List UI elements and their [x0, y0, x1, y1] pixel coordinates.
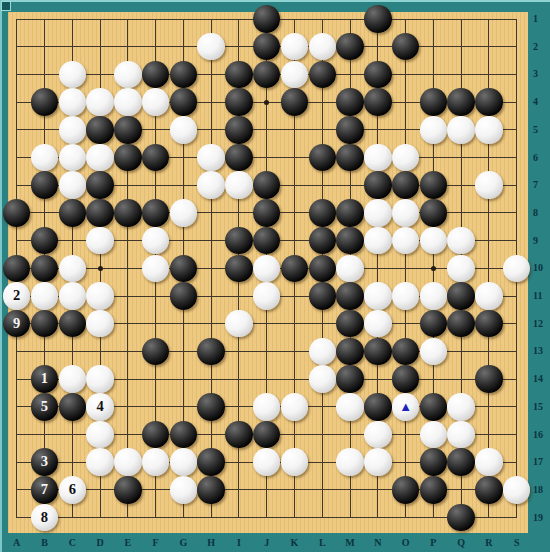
- col-label-D: D: [89, 537, 111, 548]
- stone-I10[interactable]: [225, 255, 253, 283]
- stone-O13[interactable]: [392, 338, 420, 366]
- stone-J1[interactable]: [253, 5, 281, 33]
- stone-O11[interactable]: [392, 282, 420, 310]
- row-label-19: 19: [533, 512, 550, 523]
- stone-I5[interactable]: [225, 116, 253, 144]
- stone-J2[interactable]: [253, 33, 281, 61]
- stone-N17[interactable]: [364, 448, 392, 476]
- stone-N8[interactable]: [364, 199, 392, 227]
- stone-J9[interactable]: [253, 227, 281, 255]
- stone-L13[interactable]: [309, 338, 337, 366]
- stone-J11[interactable]: [253, 282, 281, 310]
- stone-N12[interactable]: [364, 310, 392, 338]
- row-label-3: 3: [533, 68, 550, 79]
- stone-M5[interactable]: [336, 116, 364, 144]
- row-label-11: 11: [533, 290, 550, 301]
- stone-D15[interactable]: 4: [86, 393, 114, 421]
- stone-J10[interactable]: [253, 255, 281, 283]
- stone-M12[interactable]: [336, 310, 364, 338]
- stone-C18[interactable]: 6: [59, 476, 87, 504]
- stone-S10[interactable]: [503, 255, 531, 283]
- stone-I9[interactable]: [225, 227, 253, 255]
- stone-G17[interactable]: [170, 448, 198, 476]
- stone-N1[interactable]: [364, 5, 392, 33]
- stone-N6[interactable]: [364, 144, 392, 172]
- stone-O2[interactable]: [392, 33, 420, 61]
- row-label-1: 1: [533, 13, 550, 24]
- stone-F13[interactable]: [142, 338, 170, 366]
- stone-G16[interactable]: [170, 421, 198, 449]
- stone-F6[interactable]: [142, 144, 170, 172]
- col-label-Q: Q: [450, 537, 472, 548]
- stone-Q10[interactable]: [447, 255, 475, 283]
- go-app-window: 29154▲3768 ABCDEFGHIJKLMNOPQRS1234567891…: [0, 0, 550, 552]
- stone-N9[interactable]: [364, 227, 392, 255]
- stone-P17[interactable]: [420, 448, 448, 476]
- stone-D11[interactable]: [86, 282, 114, 310]
- col-label-H: H: [200, 537, 222, 548]
- stone-B12[interactable]: [31, 310, 59, 338]
- stone-G5[interactable]: [170, 116, 198, 144]
- col-label-K: K: [284, 537, 306, 548]
- stone-K3[interactable]: [281, 61, 309, 89]
- row-label-6: 6: [533, 152, 550, 163]
- stone-R14[interactable]: [475, 365, 503, 393]
- stone-D4[interactable]: [86, 88, 114, 116]
- stone-Q5[interactable]: [447, 116, 475, 144]
- col-label-B: B: [33, 537, 55, 548]
- row-label-8: 8: [533, 207, 550, 218]
- stone-G18[interactable]: [170, 476, 198, 504]
- stone-E4[interactable]: [114, 88, 142, 116]
- stone-H17[interactable]: [197, 448, 225, 476]
- stone-N16[interactable]: [364, 421, 392, 449]
- col-label-A: A: [6, 537, 28, 548]
- move-number: 5: [41, 393, 48, 421]
- stone-I7[interactable]: [225, 171, 253, 199]
- row-label-15: 15: [533, 401, 550, 412]
- stone-K10[interactable]: [281, 255, 309, 283]
- stone-O8[interactable]: [392, 199, 420, 227]
- stone-B17[interactable]: 3: [31, 448, 59, 476]
- row-label-16: 16: [533, 429, 550, 440]
- stone-B7[interactable]: [31, 171, 59, 199]
- stone-M6[interactable]: [336, 144, 364, 172]
- stone-D16[interactable]: [86, 421, 114, 449]
- stone-D17[interactable]: [86, 448, 114, 476]
- stone-Q11[interactable]: [447, 282, 475, 310]
- stone-R11[interactable]: [475, 282, 503, 310]
- row-label-9: 9: [533, 235, 550, 246]
- move-number: 6: [69, 476, 76, 504]
- stone-Q16[interactable]: [447, 421, 475, 449]
- stone-N4[interactable]: [364, 88, 392, 116]
- row-label-10: 10: [533, 262, 550, 273]
- stone-H2[interactable]: [197, 33, 225, 61]
- stone-J7[interactable]: [253, 171, 281, 199]
- stone-P18[interactable]: [420, 476, 448, 504]
- stone-E5[interactable]: [114, 116, 142, 144]
- col-label-P: P: [422, 537, 444, 548]
- stone-L10[interactable]: [309, 255, 337, 283]
- stone-H6[interactable]: [197, 144, 225, 172]
- stone-C11[interactable]: [59, 282, 87, 310]
- stone-O14[interactable]: [392, 365, 420, 393]
- stone-R17[interactable]: [475, 448, 503, 476]
- stone-M15[interactable]: [336, 393, 364, 421]
- stone-Q15[interactable]: [447, 393, 475, 421]
- stone-B15[interactable]: 5: [31, 393, 59, 421]
- stone-B19[interactable]: 8: [31, 504, 59, 532]
- stone-S18[interactable]: [503, 476, 531, 504]
- stone-M13[interactable]: [336, 338, 364, 366]
- stone-R4[interactable]: [475, 88, 503, 116]
- stone-B4[interactable]: [31, 88, 59, 116]
- stone-A8[interactable]: [3, 199, 31, 227]
- stone-G8[interactable]: [170, 199, 198, 227]
- col-label-S: S: [506, 537, 528, 548]
- stone-R7[interactable]: [475, 171, 503, 199]
- col-label-O: O: [395, 537, 417, 548]
- stone-P4[interactable]: [420, 88, 448, 116]
- frame-highlight-top: [0, 0, 550, 2]
- stone-A12[interactable]: 9: [3, 310, 31, 338]
- row-label-12: 12: [533, 318, 550, 329]
- hoshi-point: [431, 266, 436, 271]
- stone-A10[interactable]: [3, 255, 31, 283]
- stone-N13[interactable]: [364, 338, 392, 366]
- move-number: 9: [13, 310, 20, 338]
- stone-L3[interactable]: [309, 61, 337, 89]
- row-label-7: 7: [533, 179, 550, 190]
- stone-L9[interactable]: [309, 227, 337, 255]
- stone-G4[interactable]: [170, 88, 198, 116]
- stone-I6[interactable]: [225, 144, 253, 172]
- stone-M14[interactable]: [336, 365, 364, 393]
- stone-P13[interactable]: [420, 338, 448, 366]
- stone-B10[interactable]: [31, 255, 59, 283]
- stone-L8[interactable]: [309, 199, 337, 227]
- stone-N7[interactable]: [364, 171, 392, 199]
- stone-B6[interactable]: [31, 144, 59, 172]
- stone-I12[interactable]: [225, 310, 253, 338]
- stone-O9[interactable]: [392, 227, 420, 255]
- stone-P5[interactable]: [420, 116, 448, 144]
- stone-O18[interactable]: [392, 476, 420, 504]
- move-number: 1: [41, 365, 48, 393]
- stone-F16[interactable]: [142, 421, 170, 449]
- stone-J8[interactable]: [253, 199, 281, 227]
- stone-O15[interactable]: ▲: [392, 393, 420, 421]
- stone-C6[interactable]: [59, 144, 87, 172]
- col-label-I: I: [228, 537, 250, 548]
- col-label-C: C: [61, 537, 83, 548]
- stone-R5[interactable]: [475, 116, 503, 144]
- goban[interactable]: 29154▲3768: [8, 12, 528, 533]
- stone-K4[interactable]: [281, 88, 309, 116]
- col-label-L: L: [311, 537, 333, 548]
- stone-N3[interactable]: [364, 61, 392, 89]
- row-label-13: 13: [533, 345, 550, 356]
- stone-J17[interactable]: [253, 448, 281, 476]
- stone-M11[interactable]: [336, 282, 364, 310]
- row-label-17: 17: [533, 456, 550, 467]
- stone-O7[interactable]: [392, 171, 420, 199]
- stone-E8[interactable]: [114, 199, 142, 227]
- stone-C7[interactable]: [59, 171, 87, 199]
- stone-C10[interactable]: [59, 255, 87, 283]
- stone-B11[interactable]: [31, 282, 59, 310]
- move-number: 4: [96, 393, 103, 421]
- stone-D12[interactable]: [86, 310, 114, 338]
- stone-H13[interactable]: [197, 338, 225, 366]
- col-label-N: N: [367, 537, 389, 548]
- stone-D8[interactable]: [86, 199, 114, 227]
- stone-A11[interactable]: 2: [3, 282, 31, 310]
- stone-H7[interactable]: [197, 171, 225, 199]
- stone-L11[interactable]: [309, 282, 337, 310]
- stone-C12[interactable]: [59, 310, 87, 338]
- triangle-marker: ▲: [399, 393, 412, 421]
- stone-Q4[interactable]: [447, 88, 475, 116]
- stone-D7[interactable]: [86, 171, 114, 199]
- stone-F10[interactable]: [142, 255, 170, 283]
- stone-C4[interactable]: [59, 88, 87, 116]
- stone-B9[interactable]: [31, 227, 59, 255]
- stone-O6[interactable]: [392, 144, 420, 172]
- stone-M2[interactable]: [336, 33, 364, 61]
- stone-G3[interactable]: [170, 61, 198, 89]
- stone-F8[interactable]: [142, 199, 170, 227]
- stone-C5[interactable]: [59, 116, 87, 144]
- stone-K2[interactable]: [281, 33, 309, 61]
- move-number: 2: [13, 282, 20, 310]
- stone-M17[interactable]: [336, 448, 364, 476]
- stone-E6[interactable]: [114, 144, 142, 172]
- stone-Q12[interactable]: [447, 310, 475, 338]
- row-label-5: 5: [533, 124, 550, 135]
- stone-P8[interactable]: [420, 199, 448, 227]
- stone-J16[interactable]: [253, 421, 281, 449]
- stone-P16[interactable]: [420, 421, 448, 449]
- stone-R18[interactable]: [475, 476, 503, 504]
- col-label-J: J: [256, 537, 278, 548]
- stone-F17[interactable]: [142, 448, 170, 476]
- stone-P12[interactable]: [420, 310, 448, 338]
- stone-C3[interactable]: [59, 61, 87, 89]
- stone-L6[interactable]: [309, 144, 337, 172]
- stone-Q17[interactable]: [447, 448, 475, 476]
- stone-C8[interactable]: [59, 199, 87, 227]
- stone-Q19[interactable]: [447, 504, 475, 532]
- hoshi-point: [98, 266, 103, 271]
- stone-J3[interactable]: [253, 61, 281, 89]
- col-label-G: G: [172, 537, 194, 548]
- grid-line-horizontal: [17, 517, 517, 518]
- stone-M9[interactable]: [336, 227, 364, 255]
- stone-H18[interactable]: [197, 476, 225, 504]
- stone-K15[interactable]: [281, 393, 309, 421]
- stone-N15[interactable]: [364, 393, 392, 421]
- stone-M4[interactable]: [336, 88, 364, 116]
- stone-F3[interactable]: [142, 61, 170, 89]
- col-label-F: F: [145, 537, 167, 548]
- stone-N11[interactable]: [364, 282, 392, 310]
- stone-D14[interactable]: [86, 365, 114, 393]
- col-label-R: R: [478, 537, 500, 548]
- move-number: 8: [41, 504, 48, 532]
- stone-G11[interactable]: [170, 282, 198, 310]
- stone-I4[interactable]: [225, 88, 253, 116]
- stone-L14[interactable]: [309, 365, 337, 393]
- stone-C15[interactable]: [59, 393, 87, 421]
- frame-highlight-left: [0, 0, 2, 552]
- stone-I16[interactable]: [225, 421, 253, 449]
- hoshi-point: [264, 100, 269, 105]
- stone-M10[interactable]: [336, 255, 364, 283]
- stone-P7[interactable]: [420, 171, 448, 199]
- col-label-E: E: [117, 537, 139, 548]
- row-label-2: 2: [533, 41, 550, 52]
- stone-E18[interactable]: [114, 476, 142, 504]
- stone-F4[interactable]: [142, 88, 170, 116]
- stone-G10[interactable]: [170, 255, 198, 283]
- stone-H15[interactable]: [197, 393, 225, 421]
- stone-J15[interactable]: [253, 393, 281, 421]
- stone-L2[interactable]: [309, 33, 337, 61]
- stone-I3[interactable]: [225, 61, 253, 89]
- stone-D6[interactable]: [86, 144, 114, 172]
- stone-F9[interactable]: [142, 227, 170, 255]
- move-number: 3: [41, 448, 48, 476]
- stone-D5[interactable]: [86, 116, 114, 144]
- stone-R12[interactable]: [475, 310, 503, 338]
- row-label-18: 18: [533, 484, 550, 495]
- stone-M8[interactable]: [336, 199, 364, 227]
- stone-Q9[interactable]: [447, 227, 475, 255]
- stone-P11[interactable]: [420, 282, 448, 310]
- grid-line-vertical: [405, 19, 406, 518]
- stone-C14[interactable]: [59, 365, 87, 393]
- stone-B14[interactable]: 1: [31, 365, 59, 393]
- stone-E17[interactable]: [114, 448, 142, 476]
- stone-E3[interactable]: [114, 61, 142, 89]
- stone-P15[interactable]: [420, 393, 448, 421]
- move-number: 7: [41, 476, 48, 504]
- corner-grip: [1, 1, 11, 11]
- row-label-14: 14: [533, 373, 550, 384]
- row-label-4: 4: [533, 96, 550, 107]
- stone-K17[interactable]: [281, 448, 309, 476]
- stone-P9[interactable]: [420, 227, 448, 255]
- col-label-M: M: [339, 537, 361, 548]
- stone-D9[interactable]: [86, 227, 114, 255]
- stone-B18[interactable]: 7: [31, 476, 59, 504]
